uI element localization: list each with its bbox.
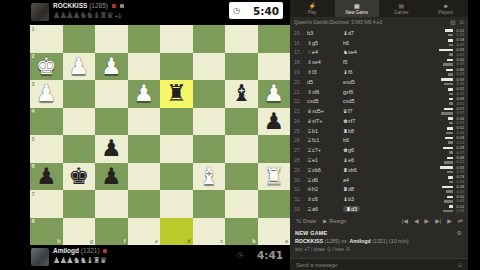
time-bar — [449, 181, 453, 184]
time-value: 0:43 — [455, 199, 464, 203]
time-bar — [448, 141, 453, 144]
time-bar — [448, 88, 453, 91]
file-label: b — [252, 238, 255, 244]
time-value: 0:07 — [455, 53, 464, 57]
move-white[interactable]: ♖fc1 — [307, 137, 343, 143]
bottom-player-bar: Amilogd (1321) ♟♟♟♞♞♝♜♛ ◷ 4:41 — [30, 245, 290, 270]
square-b8[interactable]: b — [225, 218, 258, 246]
move-white[interactable]: ♕xd5+ — [307, 108, 343, 114]
material-advantage: +1 — [115, 13, 121, 19]
time-value: 0:16 — [455, 72, 464, 76]
move-nav: |◀◀▶▶|▶⇄ — [402, 218, 463, 224]
square-b2[interactable] — [225, 53, 258, 81]
opening-name: Queen's Gambit Declined: 3.Nf3 Nf6 4.e3 — [294, 20, 450, 25]
clock-time: 5:40 — [253, 5, 279, 17]
time-value: 0:17 — [455, 151, 464, 155]
move-white[interactable]: ♖xb6 — [307, 167, 343, 173]
move-black[interactable]: ♚g6 — [343, 147, 379, 153]
move-list: 15.b3♝d70:120:1516.♗g5h60:180:0917.♘e4♞x… — [290, 28, 468, 214]
square-a8[interactable]: a — [258, 218, 291, 246]
square-b1[interactable] — [225, 25, 258, 53]
time-value: 0:30 — [455, 190, 464, 194]
move-white[interactable]: ♖a6 — [307, 206, 343, 212]
piece-black-pawn[interactable]: ♟ — [95, 135, 128, 163]
player-rating: (1285) — [89, 2, 108, 9]
square-f1[interactable] — [95, 25, 128, 53]
piece-black-king[interactable]: ♚ — [63, 163, 96, 191]
move-number: 33. — [290, 206, 307, 212]
move-row: 18.♗xe4f50:100:19 — [290, 57, 468, 67]
square-h7[interactable]: 7 — [30, 190, 63, 218]
player-badge — [120, 4, 124, 8]
time-bar — [448, 39, 453, 42]
side-panel: ⚡Play▦New Game▤Games☻Players Queen's Gam… — [290, 0, 468, 270]
emoji-icon[interactable]: ☺ — [457, 262, 463, 268]
time-bar — [445, 29, 453, 32]
move-number: 30. — [290, 177, 307, 183]
move-times: 0:100:19 — [418, 58, 464, 66]
piece-white-rook[interactable]: ♜ — [258, 163, 291, 191]
square-c2[interactable] — [193, 53, 226, 81]
piece-black-pawn[interactable]: ♟ — [258, 108, 291, 136]
move-black[interactable]: ♜b8 — [343, 128, 379, 134]
square-d1[interactable] — [160, 25, 193, 53]
tab-games[interactable]: ▤Games — [379, 0, 424, 17]
square-f8[interactable]: f — [95, 218, 128, 246]
move-white[interactable]: ♖d6 — [307, 177, 343, 183]
move-row: 15.b3♝d70:120:15 — [290, 28, 468, 38]
time-bar — [441, 112, 453, 115]
move-black[interactable]: ♚xf7 — [343, 118, 379, 124]
move-number: 23. — [290, 108, 307, 114]
time-value: 0:12 — [455, 126, 464, 130]
move-times: 0:170:57 — [418, 107, 464, 115]
move-row: 17.♘e4♞xe40:230:07 — [290, 48, 468, 58]
time-bar — [449, 151, 453, 154]
time-value: 0:28 — [455, 146, 464, 150]
time-value: 0:18 — [455, 38, 464, 42]
new-game-section: NEW GAME ⚙ ROCKKISS (1285) vs. Amilogd (… — [290, 228, 468, 258]
time-value: 0:19 — [455, 62, 464, 66]
move-times: 0:280:30 — [418, 185, 464, 193]
people-icon: ☻ — [443, 3, 449, 9]
piece-white-pawn[interactable]: ♟ — [258, 80, 291, 108]
time-value: 0:12 — [455, 121, 464, 125]
square-f2[interactable]: ♟ — [95, 53, 128, 81]
time-value: 0:59 — [455, 78, 464, 82]
time-bar — [449, 53, 453, 56]
move-number: 17. — [290, 49, 307, 55]
square-c4[interactable] — [193, 108, 226, 136]
time-bar — [440, 166, 453, 169]
time-bar — [447, 59, 453, 62]
move-times: 0:180:13 — [418, 136, 464, 144]
move-row: 25.♖b1♜b80:120:43 — [290, 126, 468, 136]
black-player-rating: (1321) — [372, 238, 387, 244]
captured-pieces-top: ♟♟♟♟♞♞♝♜♛+1 — [53, 12, 121, 20]
time-bar — [449, 205, 453, 208]
piece-black-bishop[interactable]: ♝ — [225, 80, 258, 108]
square-f6[interactable]: ♟ — [95, 163, 128, 191]
square-e6[interactable] — [128, 163, 161, 191]
time-bar — [441, 78, 453, 81]
move-row: 30.♖d6a40:130:16 — [290, 175, 468, 185]
white-player-name: ROCKKISS — [295, 238, 323, 244]
move-times: 0:330:19 — [418, 166, 464, 174]
clock-time: 4:41 — [257, 249, 283, 261]
time-bar — [439, 49, 453, 52]
player-badge — [103, 249, 107, 253]
resign-flag-icon: ⚑ — [322, 218, 327, 225]
move-number: 21. — [290, 89, 307, 95]
time-value: 0:46 — [455, 82, 464, 86]
move-white[interactable]: ♘e4 — [307, 49, 343, 55]
move-number: 29. — [290, 167, 307, 173]
tab-new-game[interactable]: ▦New Game — [335, 0, 380, 17]
square-g5[interactable] — [63, 135, 96, 163]
time-bar — [449, 93, 453, 96]
square-d6[interactable] — [160, 163, 193, 191]
square-e8[interactable]: e — [128, 218, 161, 246]
time-bar — [443, 147, 453, 150]
captured-pieces-bottom: ♟♟♟♞♞♝♜♛ — [53, 257, 106, 265]
nav-last-icon[interactable]: ▶| — [435, 218, 441, 224]
square-h2[interactable]: 2♚ — [30, 53, 63, 81]
square-a2[interactable] — [258, 53, 291, 81]
time-value: 0:33 — [455, 166, 464, 170]
file-label: c — [220, 238, 223, 244]
captured-white-pawn-icon: ♟ — [53, 256, 60, 265]
time-bar — [445, 137, 453, 140]
file-label: a — [285, 238, 288, 244]
player-name: ROCKKISS — [53, 2, 87, 9]
move-white[interactable]: ♖e1 — [307, 157, 343, 163]
tab-label: Play — [308, 10, 317, 15]
move-black[interactable]: ♜d8 — [343, 186, 379, 192]
tab-label: Games — [394, 10, 409, 15]
move-row: 29.♖xb6♜xb60:330:19 — [290, 165, 468, 175]
piece-white-pawn[interactable]: ♟ — [95, 53, 128, 81]
avatar — [31, 248, 49, 266]
white-player-rating: (1285) — [324, 238, 339, 244]
move-black[interactable]: b6 — [343, 137, 379, 143]
time-value: 0:57 — [455, 111, 464, 115]
move-black[interactable]: ♜xb6 — [343, 167, 379, 173]
draw-button[interactable]: ½ Draw — [296, 218, 316, 224]
time-bar — [449, 122, 453, 125]
move-row: 27.♖c7+♚g60:280:17 — [290, 145, 468, 155]
square-a7[interactable] — [258, 190, 291, 218]
move-times: 0:120:56 — [418, 205, 464, 213]
time-value: 0:18 — [455, 136, 464, 140]
square-h6[interactable]: 6♟ — [30, 163, 63, 191]
time-bar — [448, 73, 453, 76]
square-c1[interactable] — [193, 25, 226, 53]
move-row: 26.♖fc1b60:180:13 — [290, 136, 468, 146]
square-a1[interactable] — [258, 25, 291, 53]
square-h4[interactable]: 4 — [30, 108, 63, 136]
games-list-icon: ▤ — [398, 3, 404, 9]
square-c8[interactable]: c — [193, 218, 226, 246]
time-value: 0:16 — [455, 117, 464, 121]
square-a3[interactable]: ♟ — [258, 80, 291, 108]
black-player-name: Amilogd — [350, 238, 371, 244]
square-b7[interactable] — [225, 190, 258, 218]
square-g8[interactable]: g — [63, 218, 96, 246]
resign-button[interactable]: ⚑ Resign — [322, 218, 347, 225]
move-row: 22.cxd5cxd50:030:11 — [290, 96, 468, 106]
time-value: 0:10 — [455, 195, 464, 199]
time-bar — [446, 190, 453, 193]
move-white[interactable]: d5 — [307, 79, 343, 85]
time-value: 0:12 — [455, 205, 464, 209]
square-d7[interactable] — [160, 190, 193, 218]
move-black[interactable]: ♝e6 — [343, 157, 379, 163]
move-times: 0:400:16 — [418, 68, 464, 76]
square-e7[interactable] — [128, 190, 161, 218]
square-c3[interactable] — [193, 80, 226, 108]
move-white[interactable]: ♗c6 — [307, 196, 343, 202]
square-e5[interactable] — [128, 135, 161, 163]
square-b3[interactable]: ♝ — [225, 80, 258, 108]
opening-book-icon[interactable]: ▤ — [450, 19, 455, 25]
piece-white-pawn[interactable]: ♟ — [128, 80, 161, 108]
file-label: g — [90, 238, 93, 244]
move-white[interactable]: ♔h2 — [307, 186, 343, 192]
move-number: 25. — [290, 128, 307, 134]
move-white[interactable]: b3 — [307, 30, 343, 36]
player-rating: (1321) — [81, 247, 100, 254]
move-white[interactable]: cxd5 — [307, 98, 343, 104]
square-g2[interactable]: ♟ — [63, 53, 96, 81]
time-value: 0:10 — [455, 58, 464, 62]
square-c7[interactable] — [193, 190, 226, 218]
time-value: 0:15 — [455, 92, 464, 96]
move-row: 19.♗f3♝f60:400:16 — [290, 67, 468, 77]
time-value: 0:23 — [455, 48, 464, 52]
time-value: 0:13 — [455, 141, 464, 145]
square-b6[interactable] — [225, 163, 258, 191]
square-h3[interactable]: 3♟ — [30, 80, 63, 108]
time-bar — [447, 196, 453, 199]
square-g7[interactable] — [63, 190, 96, 218]
captured-black-pawn-icon: ♟ — [66, 11, 73, 20]
nav-forward-icon[interactable]: ▶ — [425, 218, 430, 224]
captured-white-rook-icon: ♜ — [93, 256, 100, 265]
move-row: 16.♗g5h60:180:09 — [290, 38, 468, 48]
time-bar — [449, 98, 453, 101]
move-times: 0:120:43 — [418, 127, 464, 135]
time-value: 0:19 — [455, 170, 464, 174]
captured-black-bishop-icon: ♝ — [93, 11, 100, 20]
clock-black: ◷ 4:41 — [237, 249, 283, 261]
square-a6[interactable]: ♜ — [258, 163, 291, 191]
time-value: 0:12 — [455, 29, 464, 33]
captured-white-knight-icon: ♞ — [73, 256, 80, 265]
time-value: 0:40 — [455, 68, 464, 72]
matchup-line: ROCKKISS (1285) vs. Amilogd (1321) (10 m… — [295, 238, 408, 244]
square-g4[interactable] — [63, 108, 96, 136]
time-bar — [446, 132, 453, 135]
square-c5[interactable] — [193, 135, 226, 163]
file-label: h — [57, 238, 60, 244]
move-number: 16. — [290, 40, 307, 46]
square-e4[interactable] — [128, 108, 161, 136]
piece-black-rook[interactable]: ♜ — [160, 80, 193, 108]
rating-odds: win +7 / draw -1 / lose -9 — [295, 246, 350, 252]
square-h1[interactable]: 1 — [30, 25, 63, 53]
board-icon: ▦ — [354, 3, 360, 9]
tab-play[interactable]: ⚡Play — [290, 0, 335, 17]
square-b5[interactable] — [225, 135, 258, 163]
square-h8[interactable]: 8h — [30, 218, 63, 246]
piece-black-pawn[interactable]: ♟ — [30, 163, 63, 191]
move-times: 0:120:15 — [418, 29, 464, 37]
square-e2[interactable] — [128, 53, 161, 81]
move-black[interactable]: f5 — [343, 59, 379, 65]
nav-play-icon[interactable]: ▶ — [447, 218, 452, 224]
move-number: 22. — [290, 98, 307, 104]
time-bar — [442, 186, 453, 189]
square-e3[interactable]: ♟ — [128, 80, 161, 108]
move-times: 0:280:17 — [418, 146, 464, 154]
player-name: Amilogd — [53, 247, 79, 254]
message-input[interactable]: Send a message — [296, 262, 457, 268]
move-number: 27. — [290, 147, 307, 153]
square-f7[interactable] — [95, 190, 128, 218]
move-row: 20.d5exd50:590:46 — [290, 77, 468, 87]
time-value: 0:03 — [455, 97, 464, 101]
piece-white-pawn[interactable]: ♟ — [30, 80, 63, 108]
move-white[interactable]: ♕xf7+ — [307, 118, 343, 124]
square-d5[interactable] — [160, 135, 193, 163]
move-times: 0:590:46 — [418, 78, 464, 86]
nav-back-icon[interactable]: ◀ — [414, 218, 419, 224]
clock-icon: ◷ — [237, 251, 243, 259]
square-g6[interactable]: ♚ — [63, 163, 96, 191]
captured-black-pawn-icon: ♟ — [53, 11, 60, 20]
square-a5[interactable] — [258, 135, 291, 163]
time-bar — [449, 102, 453, 105]
piece-white-pawn[interactable]: ♟ — [63, 53, 96, 81]
player-name-bottom: Amilogd (1321) — [53, 247, 107, 254]
file-label: f — [124, 238, 126, 244]
move-black[interactable]: ♞xe4 — [343, 49, 379, 55]
opening-row: Queen's Gambit Declined: 3.Nf3 Nf6 4.e3 … — [290, 17, 468, 27]
time-value: 0:12 — [455, 87, 464, 91]
square-d8[interactable]: d — [160, 218, 193, 246]
piece-white-king[interactable]: ♚ — [30, 53, 63, 81]
move-row: 24.♕xf7+♚xf70:160:12 — [290, 116, 468, 126]
move-row: 32.♗c6♝b30:100:43 — [290, 194, 468, 204]
move-white[interactable]: ♖c7+ — [307, 147, 343, 153]
move-number: 19. — [290, 69, 307, 75]
tab-players[interactable]: ☻Players — [424, 0, 469, 17]
move-number: 18. — [290, 59, 307, 65]
chess-board: 12♚♟♟3♟♟♜♝♟4♟5♟6♟♚♟♝♜78hgfedcba — [30, 25, 290, 245]
nav-first-icon[interactable]: |◀ — [402, 218, 408, 224]
square-f5[interactable]: ♟ — [95, 135, 128, 163]
move-times: 0:160:12 — [418, 117, 464, 125]
game-controls: ½ Draw ⚑ Resign |◀◀▶▶|▶⇄ — [290, 214, 468, 228]
move-black[interactable]: ♜d3 — [343, 206, 360, 212]
nav-flip-icon[interactable]: ⇄ — [458, 218, 463, 224]
move-row: 28.♖e1♝e60:080:42 — [290, 155, 468, 165]
square-c6[interactable]: ♝ — [193, 163, 226, 191]
gear-icon[interactable]: ⚙ — [457, 229, 462, 236]
square-g3[interactable] — [63, 80, 96, 108]
captured-black-pawn-icon: ♟ — [73, 11, 80, 20]
move-times: 0:180:09 — [418, 39, 464, 47]
rank-label: 1 — [32, 26, 35, 32]
player-badge — [112, 4, 116, 8]
time-value: 0:11 — [455, 102, 464, 106]
time-bar — [448, 34, 453, 37]
player-name-top: ROCKKISS (1285) — [53, 2, 124, 9]
move-black[interactable]: ♝d7 — [343, 30, 379, 36]
move-row: 31.♔h2♜d80:280:30 — [290, 185, 468, 195]
top-player-bar: ROCKKISS (1285) ♟♟♟♟♞♞♝♜♛+1 ◷ 5:40 ⚙ — [30, 0, 290, 25]
move-white[interactable]: ♗xf6 — [307, 89, 343, 95]
move-number: 28. — [290, 157, 307, 163]
time-bar — [444, 200, 453, 203]
move-black[interactable]: ♝f6 — [343, 69, 379, 75]
move-black[interactable]: cxd5 — [343, 98, 379, 104]
piece-black-pawn[interactable]: ♟ — [95, 163, 128, 191]
move-number: 32. — [290, 196, 307, 202]
time-bar — [444, 83, 453, 86]
square-f4[interactable] — [95, 108, 128, 136]
move-black[interactable]: gxf6 — [343, 89, 379, 95]
rank-label: 7 — [32, 191, 35, 197]
clock-white: ◷ 5:40 — [229, 2, 283, 19]
time-bar — [444, 161, 453, 164]
time-value: 0:17 — [455, 107, 464, 111]
move-black[interactable]: exd5 — [343, 79, 379, 85]
square-g1[interactable] — [63, 25, 96, 53]
square-a4[interactable]: ♟ — [258, 108, 291, 136]
bolt-icon: ⚡ — [309, 3, 317, 9]
resign-label: Resign — [329, 218, 346, 224]
square-d4[interactable] — [160, 108, 193, 136]
move-black[interactable]: h6 — [343, 40, 379, 46]
square-f3[interactable] — [95, 80, 128, 108]
move-white[interactable]: ♖b1 — [307, 128, 343, 134]
vs-label: vs. — [341, 238, 348, 244]
square-h5[interactable]: 5 — [30, 135, 63, 163]
move-black[interactable]: ♝b3 — [343, 196, 379, 202]
square-b4[interactable] — [225, 108, 258, 136]
square-e1[interactable] — [128, 25, 161, 53]
time-value: 0:42 — [455, 160, 464, 164]
file-label: d — [187, 238, 190, 244]
square-d2[interactable] — [160, 53, 193, 81]
move-black[interactable]: a4 — [343, 177, 379, 183]
file-label: e — [155, 238, 158, 244]
piece-white-bishop[interactable]: ♝ — [193, 163, 226, 191]
time-value: 0:43 — [455, 131, 464, 135]
move-white[interactable]: ♗xe4 — [307, 59, 343, 65]
time-bar — [447, 171, 453, 174]
move-white[interactable]: ♗f3 — [307, 69, 343, 75]
square-d3[interactable]: ♜ — [160, 80, 193, 108]
move-black[interactable]: ♛f7 — [343, 108, 379, 114]
time-value: 0:16 — [455, 180, 464, 184]
time-value: 0:08 — [455, 156, 464, 160]
opening-explorer-icon[interactable]: ⊙ — [459, 19, 464, 25]
tab-label: Players — [438, 10, 453, 15]
move-white[interactable]: ♗g5 — [307, 40, 343, 46]
